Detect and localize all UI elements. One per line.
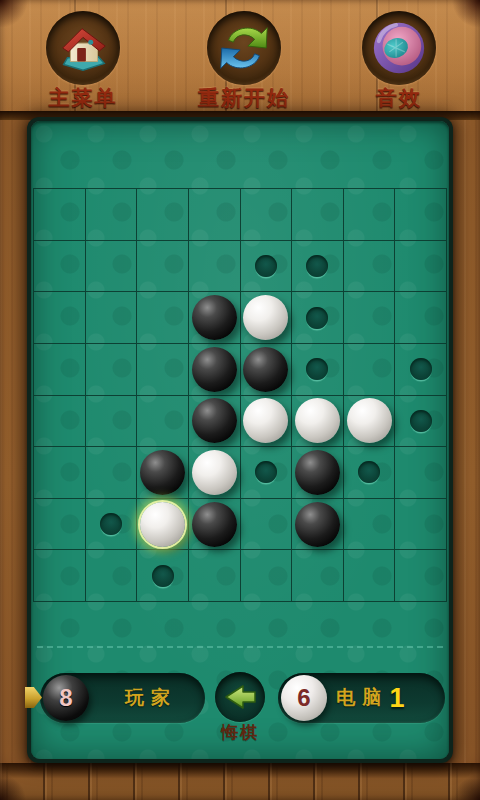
legal-move-hint[interactable] [306,307,328,329]
black-piece [140,450,185,495]
cell-r1c2[interactable] [137,241,189,293]
restart-button[interactable]: 重新开始 [164,0,324,113]
cell-r2c6[interactable] [344,292,396,344]
restart-icon [215,19,273,77]
cell-r3c0[interactable] [34,344,86,396]
legal-move-hint[interactable] [255,461,277,483]
cell-r7c7[interactable] [395,550,447,602]
cell-r2c7[interactable] [395,292,447,344]
cell-r6c5[interactable] [292,499,344,551]
cell-r4c0[interactable] [34,396,86,448]
cell-r5c2[interactable] [137,447,189,499]
toolbar: 主菜单 重新开始 [0,0,480,113]
cell-r0c6[interactable] [344,189,396,241]
cell-r6c2[interactable] [137,499,189,551]
cell-r2c5[interactable] [292,292,344,344]
legal-move-hint[interactable] [410,358,432,380]
computer-score-panel: 6 电脑 1 [278,673,445,723]
board-grid [33,188,447,602]
white-piece [243,398,288,443]
cell-r0c4[interactable] [241,189,293,241]
restart-label: 重新开始 [164,84,324,112]
cell-r3c7[interactable] [395,344,447,396]
cell-r4c3[interactable] [189,396,241,448]
speaker-icon [370,19,428,77]
cell-r5c5[interactable] [292,447,344,499]
white-piece [243,295,288,340]
cell-r1c5[interactable] [292,241,344,293]
cell-r4c6[interactable] [344,396,396,448]
cell-r3c1[interactable] [86,344,138,396]
cell-r1c6[interactable] [344,241,396,293]
cell-r1c0[interactable] [34,241,86,293]
cell-r3c4[interactable] [241,344,293,396]
undo-label: 悔棋 [208,721,272,744]
cell-r1c3[interactable] [189,241,241,293]
computer-score: 6 [297,684,310,712]
black-piece [295,502,340,547]
difficulty-level: 1 [381,673,413,723]
cell-r0c3[interactable] [189,189,241,241]
restart-well [207,11,281,85]
main-menu-button[interactable]: 主菜单 [3,0,163,113]
undo-arrow-icon [222,682,258,712]
legal-move-hint[interactable] [255,255,277,277]
white-piece [192,450,237,495]
black-piece [192,398,237,443]
cell-r7c1[interactable] [86,550,138,602]
black-piece [295,450,340,495]
cell-r0c2[interactable] [137,189,189,241]
legal-move-hint[interactable] [152,565,174,587]
app-screen: 主菜单 重新开始 [0,0,480,800]
cell-r6c0[interactable] [34,499,86,551]
sound-label: 音效 [319,84,479,112]
cell-r7c3[interactable] [189,550,241,602]
cell-r3c2[interactable] [137,344,189,396]
cell-r0c1[interactable] [86,189,138,241]
cell-r2c2[interactable] [137,292,189,344]
cell-r6c4[interactable] [241,499,293,551]
score-separator [37,646,443,648]
cell-r5c6[interactable] [344,447,396,499]
cell-r4c2[interactable] [137,396,189,448]
cell-r4c5[interactable] [292,396,344,448]
legal-move-hint[interactable] [306,358,328,380]
cell-r6c1[interactable] [86,499,138,551]
cell-r6c6[interactable] [344,499,396,551]
cell-r2c1[interactable] [86,292,138,344]
cell-r4c7[interactable] [395,396,447,448]
sound-well [362,11,436,85]
home-icon [54,19,112,77]
main-menu-well [46,11,120,85]
cell-r3c6[interactable] [344,344,396,396]
cell-r0c0[interactable] [34,189,86,241]
cell-r7c0[interactable] [34,550,86,602]
white-piece [347,398,392,443]
cell-r3c5[interactable] [292,344,344,396]
cell-r7c2[interactable] [137,550,189,602]
legal-move-hint[interactable] [100,513,122,535]
undo-button[interactable] [215,672,265,722]
cell-r6c3[interactable] [189,499,241,551]
white-piece [295,398,340,443]
player-score-panel: 8 玩家 [40,673,205,723]
cell-r7c5[interactable] [292,550,344,602]
legal-move-hint[interactable] [358,461,380,483]
black-piece [192,347,237,392]
cell-r5c7[interactable] [395,447,447,499]
black-piece [192,295,237,340]
board-panel [27,117,453,763]
cell-r5c1[interactable] [86,447,138,499]
white-piece-last-move [140,502,185,547]
cell-r0c7[interactable] [395,189,447,241]
legal-move-hint[interactable] [410,410,432,432]
cell-r2c3[interactable] [189,292,241,344]
cell-r6c7[interactable] [395,499,447,551]
player-score: 8 [59,684,72,712]
cell-r2c0[interactable] [34,292,86,344]
cell-r4c1[interactable] [86,396,138,448]
cell-r1c4[interactable] [241,241,293,293]
cell-r5c4[interactable] [241,447,293,499]
cell-r2c4[interactable] [241,292,293,344]
cell-r1c7[interactable] [395,241,447,293]
black-piece [243,347,288,392]
cell-r3c3[interactable] [189,344,241,396]
cell-r5c0[interactable] [34,447,86,499]
cell-r1c1[interactable] [86,241,138,293]
cell-r4c4[interactable] [241,396,293,448]
cell-r7c6[interactable] [344,550,396,602]
cell-r5c3[interactable] [189,447,241,499]
black-piece [192,502,237,547]
cell-r0c5[interactable] [292,189,344,241]
bottom-wood-frame [0,763,480,800]
cell-r7c4[interactable] [241,550,293,602]
player-label: 玩家 [96,673,206,723]
black-ball-icon: 8 [43,675,89,721]
main-menu-label: 主菜单 [3,84,163,112]
sound-button[interactable]: 音效 [319,0,479,113]
white-ball-icon: 6 [281,675,327,721]
legal-move-hint[interactable] [306,255,328,277]
